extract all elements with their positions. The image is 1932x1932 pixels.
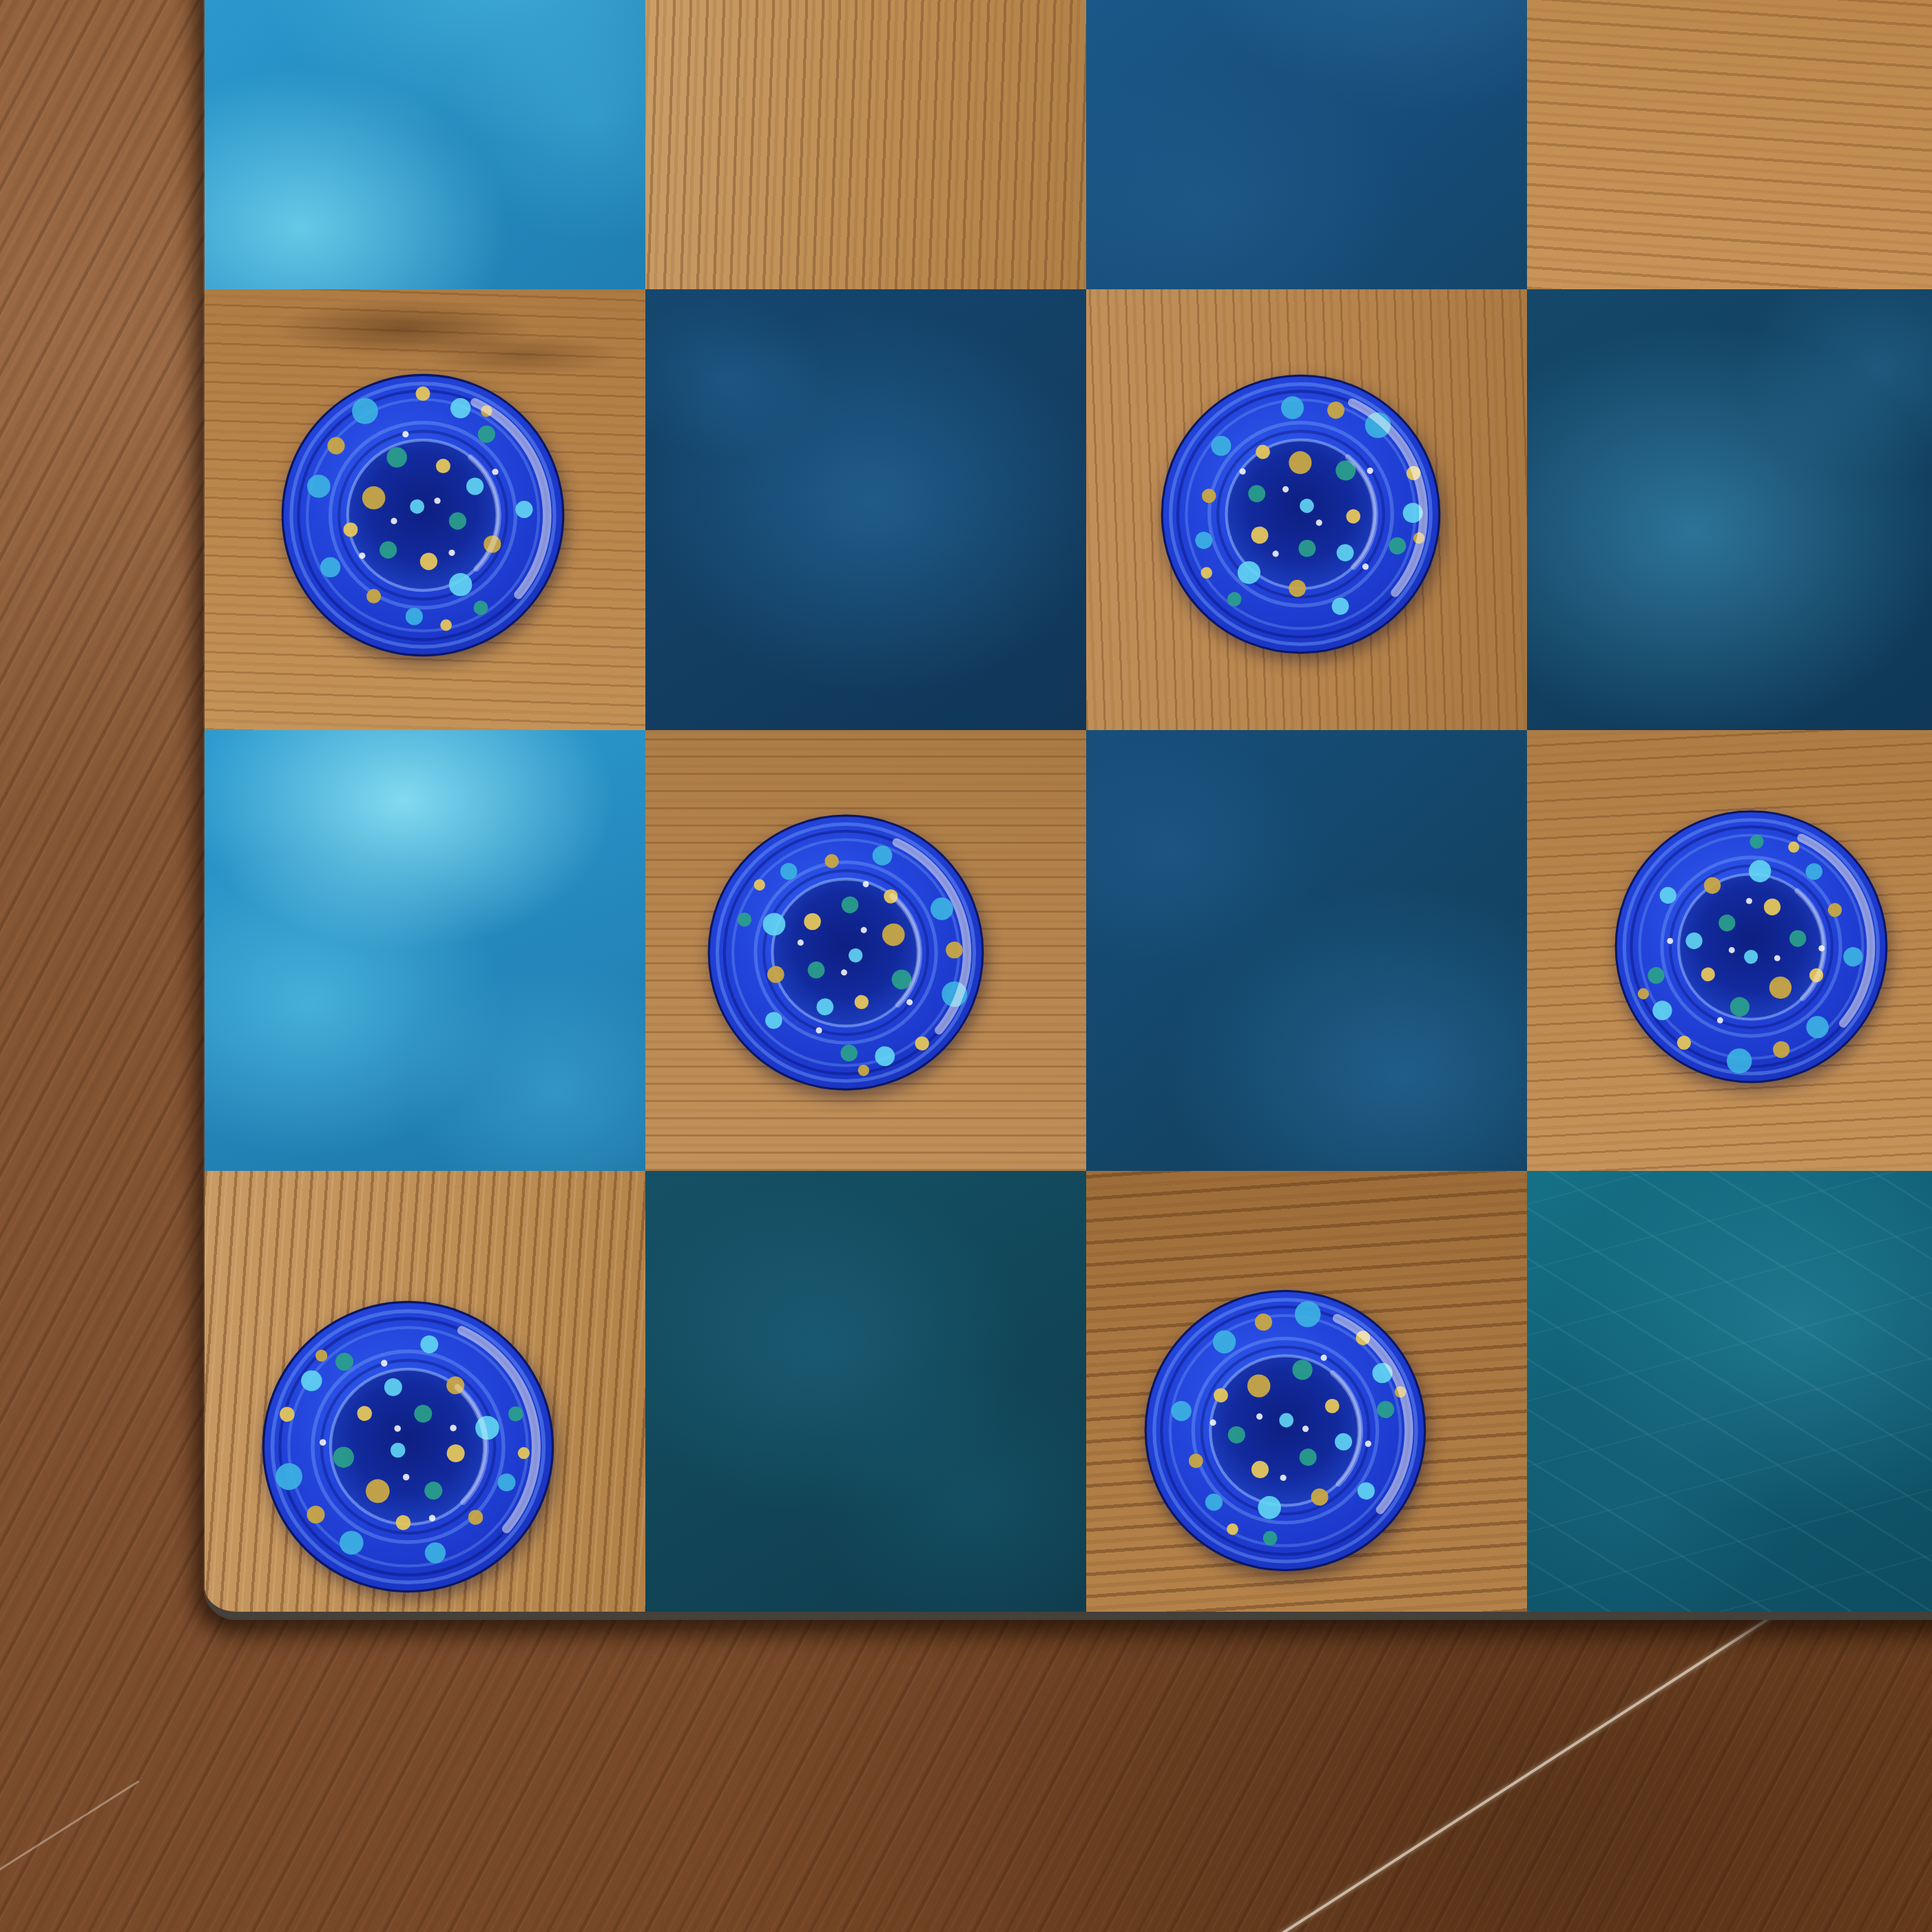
checker-piece-b3[interactable] bbox=[705, 811, 987, 1094]
square-d2-resin[interactable] bbox=[1527, 289, 1932, 730]
checker-disc-svg bbox=[278, 371, 568, 660]
square-c3-resin[interactable] bbox=[1086, 730, 1527, 1171]
checker-disc-svg bbox=[259, 1298, 557, 1596]
square-a1-resin[interactable] bbox=[205, 0, 645, 289]
checker-disc-svg bbox=[1141, 1287, 1429, 1575]
checker-piece-a2[interactable] bbox=[278, 371, 568, 660]
checker-piece-c4[interactable] bbox=[1141, 1287, 1429, 1575]
square-b2-resin[interactable] bbox=[645, 289, 1086, 730]
checker-disc-svg bbox=[1158, 371, 1444, 657]
square-b1-wood[interactable] bbox=[645, 0, 1086, 289]
square-d1-wood[interactable] bbox=[1527, 0, 1932, 289]
square-c1-resin[interactable] bbox=[1086, 0, 1527, 289]
checker-disc-svg bbox=[1612, 807, 1891, 1086]
square-a3-resin[interactable] bbox=[205, 730, 645, 1171]
square-b4-resin[interactable] bbox=[645, 1171, 1086, 1612]
checker-piece-a4[interactable] bbox=[259, 1298, 557, 1596]
checker-piece-c2[interactable] bbox=[1158, 371, 1444, 657]
square-d4-resin[interactable] bbox=[1527, 1171, 1932, 1612]
checker-piece-d3[interactable] bbox=[1612, 807, 1891, 1086]
checker-disc-svg bbox=[705, 811, 987, 1094]
photo-canvas bbox=[0, 0, 1932, 1932]
